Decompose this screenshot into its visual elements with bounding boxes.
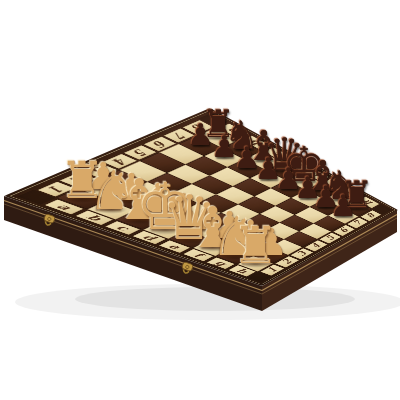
product-photo-stage: abcdefgh8877665544332211abcdefgh ♜♞♝♛♚♝♞…: [0, 0, 400, 400]
piece-black-pawn[interactable]: ♟: [187, 120, 214, 150]
pieces-layer: ♜♞♝♛♚♝♞♜♟♟♟♟♟♟♟♟♟♟♟♟♟♟♟♟♜♞♝♚♛♝♞♜: [0, 0, 400, 400]
piece-black-pawn[interactable]: ♟: [330, 191, 357, 221]
piece-white-rook[interactable]: ♜: [232, 220, 278, 271]
